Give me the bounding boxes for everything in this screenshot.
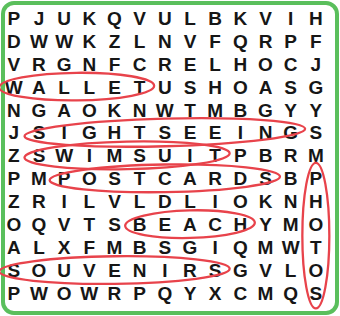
grid-cell-r1c4[interactable]: K xyxy=(82,8,96,27)
grid-cell-r7c7[interactable]: U xyxy=(158,146,172,165)
grid-cell-r4c4[interactable]: L xyxy=(83,77,95,96)
grid-cell-r10c11[interactable]: Y xyxy=(259,215,272,234)
grid-cell-r12c13[interactable]: O xyxy=(308,261,323,280)
grid-cell-r1c11[interactable]: V xyxy=(259,8,272,27)
grid-cell-r6c9[interactable]: E xyxy=(209,123,222,142)
grid-cell-r6c7[interactable]: S xyxy=(158,123,171,142)
grid-cell-r6c4[interactable]: G xyxy=(82,123,97,142)
grid-cell-r8c2[interactable]: M xyxy=(31,169,47,188)
grid-cell-r11c9[interactable]: I xyxy=(213,238,218,257)
grid-cell-r8c3[interactable]: P xyxy=(58,169,71,188)
grid-cell-r6c5[interactable]: H xyxy=(108,123,122,142)
grid-cell-r8c7[interactable]: C xyxy=(158,169,172,188)
grid-cell-r6c6[interactable]: T xyxy=(134,123,146,142)
grid-cell-r8c13[interactable]: P xyxy=(309,169,322,188)
grid-cell-r6c3[interactable]: I xyxy=(61,123,66,142)
grid-cell-r3c7[interactable]: R xyxy=(158,54,172,73)
grid-cell-r5c6[interactable]: N xyxy=(133,100,147,119)
grid-cell-r8c11[interactable]: S xyxy=(259,169,272,188)
grid-cell-r2c12[interactable]: P xyxy=(284,31,297,50)
grid-cell-r1c1[interactable]: P xyxy=(7,8,20,27)
grid-cell-r9c8[interactable]: L xyxy=(184,192,196,211)
grid-cell-r1c7[interactable]: U xyxy=(158,8,172,27)
grid-cell-r6c1[interactable]: J xyxy=(9,123,20,142)
grid-cell-r7c1[interactable]: Z xyxy=(8,146,20,165)
grid-cell-r9c5[interactable]: V xyxy=(108,192,121,211)
grid-cell-r10c2[interactable]: Q xyxy=(32,215,47,234)
grid-cell-r5c3[interactable]: A xyxy=(57,100,71,119)
grid-cell-r10c9[interactable]: C xyxy=(208,215,222,234)
grid-cell-r11c7[interactable]: S xyxy=(158,238,171,257)
grid-cell-r12c12[interactable]: L xyxy=(285,261,297,280)
grid-cell-r10c1[interactable]: O xyxy=(6,215,21,234)
grid-cell-r12c10[interactable]: G xyxy=(233,261,248,280)
grid-cell-r2c13[interactable]: F xyxy=(310,31,322,50)
grid-cell-r13c9[interactable]: X xyxy=(209,283,222,302)
grid-cell-r5c1[interactable]: N xyxy=(7,100,21,119)
grid-cell-r7c9[interactable]: T xyxy=(209,146,221,165)
grid-cell-r2c3[interactable]: W xyxy=(55,31,73,50)
grid-cell-r3c4[interactable]: N xyxy=(82,54,96,73)
grid-cell-r7c3[interactable]: W xyxy=(55,146,73,165)
grid-cell-r5c12[interactable]: Y xyxy=(284,100,297,119)
grid-cell-r5c2[interactable]: G xyxy=(32,100,47,119)
grid-cell-r13c6[interactable]: P xyxy=(133,283,146,302)
grid-cell-r13c4[interactable]: W xyxy=(80,283,98,302)
grid-cell-r3c10[interactable]: H xyxy=(233,54,247,73)
grid-cell-r3c11[interactable]: O xyxy=(258,54,273,73)
grid-cell-r7c6[interactable]: S xyxy=(133,146,146,165)
grid-cell-r8c1[interactable]: P xyxy=(7,169,20,188)
grid-cell-r10c4[interactable]: T xyxy=(83,215,95,234)
grid-cell-r12c9[interactable]: S xyxy=(209,261,222,280)
grid-cell-r3c2[interactable]: R xyxy=(32,54,46,73)
grid-cell-r2c4[interactable]: K xyxy=(82,31,96,50)
grid-cell-r11c4[interactable]: F xyxy=(83,238,95,257)
grid-cell-r12c8[interactable]: R xyxy=(183,261,197,280)
grid-cell-r1c9[interactable]: B xyxy=(208,8,222,27)
grid-cell-r13c7[interactable]: Q xyxy=(157,283,172,302)
grid-cell-r4c10[interactable]: O xyxy=(233,77,248,96)
grid-cell-r11c5[interactable]: M xyxy=(107,238,123,257)
grid-cell-r10c12[interactable]: M xyxy=(283,215,299,234)
grid-cell-r8c6[interactable]: T xyxy=(134,169,146,188)
grid-cell-r12c4[interactable]: V xyxy=(83,261,96,280)
grid-cell-r12c11[interactable]: V xyxy=(259,261,272,280)
grid-cell-r9c13[interactable]: H xyxy=(309,192,323,211)
grid-cell-r6c10[interactable]: I xyxy=(238,123,243,142)
grid-cell-r2c5[interactable]: Z xyxy=(109,31,121,50)
grid-cell-r11c11[interactable]: M xyxy=(258,238,274,257)
grid-cell-r7c11[interactable]: B xyxy=(259,146,273,165)
grid-cell-r7c10[interactable]: P xyxy=(234,146,247,165)
grid-cell-r9c12[interactable]: N xyxy=(284,192,298,211)
grid-cell-r11c3[interactable]: X xyxy=(58,238,71,257)
grid-cell-r9c11[interactable]: K xyxy=(259,192,273,211)
grid-cell-r11c6[interactable]: B xyxy=(133,238,147,257)
grid-cell-r4c3[interactable]: L xyxy=(58,77,70,96)
grid-cell-r5c4[interactable]: O xyxy=(82,100,97,119)
grid-cell-r9c9[interactable]: I xyxy=(213,192,218,211)
grid-cell-r7c8[interactable]: I xyxy=(187,146,192,165)
grid-cell-r1c3[interactable]: U xyxy=(57,8,71,27)
grid-cell-r5c5[interactable]: K xyxy=(108,100,122,119)
grid-cell-r8c10[interactable]: D xyxy=(233,169,247,188)
grid-cell-r9c3[interactable]: I xyxy=(61,192,66,211)
grid-cell-r5c7[interactable]: W xyxy=(156,100,174,119)
grid-cell-r10c3[interactable]: V xyxy=(58,215,71,234)
grid-cell-r2c6[interactable]: L xyxy=(134,31,146,50)
grid-cell-r7c12[interactable]: R xyxy=(284,146,298,165)
grid-cell-r1c10[interactable]: K xyxy=(233,8,247,27)
grid-cell-r10c6[interactable]: B xyxy=(133,215,147,234)
grid-cell-r9c4[interactable]: L xyxy=(83,192,95,211)
grid-cell-r7c5[interactable]: M xyxy=(107,146,123,165)
grid-cell-r3c6[interactable]: C xyxy=(133,54,147,73)
grid-cell-r10c13[interactable]: O xyxy=(308,215,323,234)
grid-cell-r8c12[interactable]: B xyxy=(284,169,298,188)
grid-cell-r1c8[interactable]: L xyxy=(184,8,196,27)
grid-cell-r4c1[interactable]: W xyxy=(5,77,23,96)
grid-cell-r7c13[interactable]: M xyxy=(308,146,324,165)
grid-cell-r1c5[interactable]: Q xyxy=(107,8,122,27)
grid-cell-r5c10[interactable]: B xyxy=(233,100,247,119)
grid-cell-r10c5[interactable]: S xyxy=(108,215,121,234)
grid-cell-r13c5[interactable]: R xyxy=(108,283,122,302)
grid-cell-r13c3[interactable]: O xyxy=(57,283,72,302)
grid-cell-r3c13[interactable]: J xyxy=(311,54,322,73)
grid-cell-r13c1[interactable]: P xyxy=(7,283,20,302)
grid-cell-r4c2[interactable]: A xyxy=(32,77,46,96)
grid-cell-r1c6[interactable]: V xyxy=(133,8,146,27)
grid-cell-r7c4[interactable]: I xyxy=(87,146,92,165)
grid-cell-r12c6[interactable]: N xyxy=(133,261,147,280)
grid-cell-r3c3[interactable]: G xyxy=(57,54,72,73)
grid-cell-r2c11[interactable]: R xyxy=(259,31,273,50)
grid-cell-r10c10[interactable]: H xyxy=(233,215,247,234)
grid-cell-r6c2[interactable]: S xyxy=(33,123,46,142)
grid-cell-r9c6[interactable]: L xyxy=(134,192,146,211)
grid-cell-r11c13[interactable]: T xyxy=(310,238,322,257)
grid-cell-r4c9[interactable]: H xyxy=(208,77,222,96)
grid-cell-r9c2[interactable]: R xyxy=(32,192,46,211)
grid-cell-r8c4[interactable]: O xyxy=(82,169,97,188)
grid-cell-r12c7[interactable]: I xyxy=(162,261,167,280)
grid-cell-r2c2[interactable]: W xyxy=(30,31,48,50)
grid-cell-r5c9[interactable]: M xyxy=(207,100,223,119)
grid-cell-r3c1[interactable]: V xyxy=(7,54,20,73)
grid-cell-r4c7[interactable]: U xyxy=(158,77,172,96)
grid-cell-r7c2[interactable]: S xyxy=(33,146,46,165)
grid-cell-r12c5[interactable]: E xyxy=(108,261,121,280)
grid-cell-r4c8[interactable]: S xyxy=(184,77,197,96)
grid-cell-r2c7[interactable]: N xyxy=(158,31,172,50)
grid-cell-r12c2[interactable]: O xyxy=(32,261,47,280)
grid-cell-r11c2[interactable]: L xyxy=(33,238,45,257)
grid-cell-r6c8[interactable]: E xyxy=(184,123,197,142)
grid-cell-r3c12[interactable]: C xyxy=(284,54,298,73)
grid-cell-r4c5[interactable]: E xyxy=(108,77,121,96)
grid-cell-r5c13[interactable]: Y xyxy=(309,100,322,119)
grid-cell-r5c11[interactable]: G xyxy=(258,100,273,119)
grid-cell-r1c12[interactable]: I xyxy=(288,8,293,27)
grid-cell-r12c1[interactable]: S xyxy=(7,261,20,280)
grid-cell-r8c5[interactable]: S xyxy=(108,169,121,188)
grid-cell-r11c8[interactable]: G xyxy=(183,238,198,257)
grid-cell-r9c1[interactable]: Z xyxy=(8,192,20,211)
grid-cell-r2c8[interactable]: V xyxy=(184,31,197,50)
grid-cell-r2c10[interactable]: Q xyxy=(233,31,248,50)
grid-cell-r2c1[interactable]: D xyxy=(7,31,21,50)
grid-cell-r13c8[interactable]: Y xyxy=(184,283,197,302)
grid-cell-r12c3[interactable]: U xyxy=(57,261,71,280)
grid-cell-r6c11[interactable]: N xyxy=(259,123,273,142)
grid-cell-r3c5[interactable]: F xyxy=(109,54,121,73)
grid-cell-r3c9[interactable]: L xyxy=(209,54,221,73)
grid-cell-r10c7[interactable]: E xyxy=(158,215,171,234)
grid-cell-r8c8[interactable]: A xyxy=(183,169,197,188)
grid-cell-r1c13[interactable]: H xyxy=(309,8,323,27)
grid-cell-r13c13[interactable]: S xyxy=(309,283,322,302)
grid-cell-r8c9[interactable]: R xyxy=(208,169,222,188)
grid-cell-r1c2[interactable]: J xyxy=(34,8,45,27)
grid-cell-r3c8[interactable]: E xyxy=(184,54,197,73)
grid-cell-r4c12[interactable]: S xyxy=(284,77,297,96)
grid-cell-r2c9[interactable]: F xyxy=(209,31,221,50)
grid-cell-r4c13[interactable]: G xyxy=(308,77,323,96)
grid-cell-r11c10[interactable]: Q xyxy=(233,238,248,257)
grid-cell-r6c12[interactable]: G xyxy=(283,123,298,142)
grid-cell-r5c8[interactable]: T xyxy=(184,100,196,119)
grid-cell-r10c8[interactable]: A xyxy=(183,215,197,234)
grid-cell-r11c1[interactable]: A xyxy=(7,238,21,257)
grid-cell-r4c6[interactable]: T xyxy=(134,77,146,96)
grid-cell-r9c10[interactable]: O xyxy=(233,192,248,211)
grid-cell-r13c2[interactable]: W xyxy=(30,283,48,302)
grid-cell-r9c7[interactable]: D xyxy=(158,192,172,211)
grid-cell-r4c11[interactable]: A xyxy=(259,77,273,96)
grid-cell-r11c12[interactable]: W xyxy=(282,238,300,257)
grid-cell-r13c12[interactable]: Q xyxy=(283,283,298,302)
grid-cell-r13c11[interactable]: M xyxy=(258,283,274,302)
grid-cell-r6c13[interactable]: S xyxy=(309,123,322,142)
grid-cell-r13c10[interactable]: C xyxy=(233,283,247,302)
